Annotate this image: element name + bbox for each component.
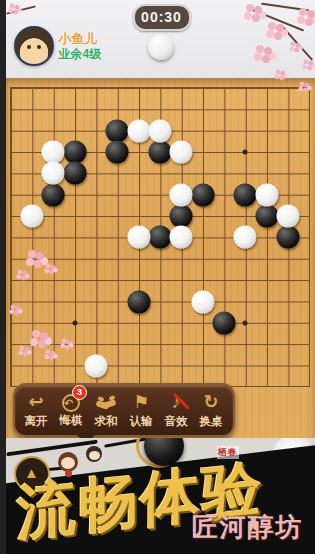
- black-stone: [127, 290, 150, 313]
- white-stone: [255, 183, 278, 206]
- white-stone: [127, 119, 150, 142]
- white-stone: [42, 141, 65, 164]
- undo-move-button[interactable]: 3 ↶ 悔棋: [54, 392, 88, 428]
- white-stone: [191, 290, 214, 313]
- handshake-icon: [96, 393, 116, 413]
- black-stone: [106, 141, 129, 164]
- black-stone: [255, 205, 278, 228]
- return-arrow-icon: ↩: [28, 391, 43, 413]
- star-point: [243, 150, 248, 155]
- black-stone: [42, 183, 65, 206]
- mascot-doll: [86, 446, 102, 462]
- player-rank: 业余4级: [59, 46, 102, 63]
- black-stone: [63, 162, 86, 185]
- player-avatar[interactable]: [14, 26, 54, 66]
- game-toolbar: ↩ 离开 3 ↶ 悔棋 求和 ⚑ 认输 ♪ 音效 ↻ 换桌: [13, 383, 235, 437]
- leave-button[interactable]: ↩ 离开: [19, 391, 53, 429]
- white-stone: [84, 354, 107, 377]
- black-stone: [213, 311, 236, 334]
- black-stone: [148, 226, 171, 249]
- black-stone: [170, 205, 193, 228]
- game-screen: 小鱼儿 业余4级 00:30 ↩ 离开 3 ↶: [6, 0, 315, 554]
- black-stone: [148, 141, 171, 164]
- white-stone: [277, 205, 300, 228]
- turn-indicator-white-stone: [148, 34, 174, 60]
- change-table-button[interactable]: ↻ 换桌: [194, 391, 228, 429]
- black-stone: [106, 119, 129, 142]
- top-bar: 小鱼儿 业余4级 00:30: [6, 0, 315, 78]
- sound-toggle-button[interactable]: ♪ 音效: [159, 391, 193, 429]
- move-timer: 00:30: [133, 4, 191, 31]
- star-point: [72, 320, 77, 325]
- white-stone: [170, 226, 193, 249]
- white-stone: [20, 205, 43, 228]
- resign-button[interactable]: ⚑ 认输: [124, 391, 158, 429]
- white-stone: [234, 226, 257, 249]
- undo-count-badge: 3: [72, 385, 87, 400]
- offer-draw-button[interactable]: 求和: [89, 391, 123, 429]
- watermark-text: 匠河醇坊: [192, 510, 304, 545]
- swap-table-icon: ↻: [203, 391, 218, 413]
- star-point: [243, 320, 248, 325]
- white-stone: [42, 162, 65, 185]
- promo-banner[interactable]: ▲ 栖春 流畅体验 匠河醇坊: [6, 438, 315, 554]
- black-stone: [277, 226, 300, 249]
- black-stone: [234, 183, 257, 206]
- black-stone: [191, 183, 214, 206]
- white-stone: [170, 183, 193, 206]
- white-stone: [148, 119, 171, 142]
- white-stone: [127, 226, 150, 249]
- white-stone: [170, 141, 193, 164]
- surrender-flag-icon: ⚑: [133, 391, 149, 413]
- black-stone: [63, 141, 86, 164]
- music-note-muted-icon: ♪: [172, 391, 181, 413]
